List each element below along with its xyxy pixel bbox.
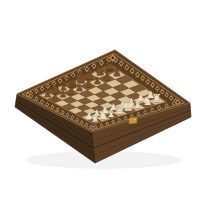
frame-motif-right-dot [142,77,144,79]
white-knight-g1: ♞ [142,94,153,108]
frame-motif-right-dot [166,94,168,96]
frame-motif-right-dot [120,63,122,65]
frame-motif-near-dot [112,121,114,123]
black-pawn-g7: ♟ [102,71,111,82]
frame-motif-near-dot [144,111,146,113]
frame-motif-far-dot [36,90,38,92]
frame-motif-near-dot [125,117,127,119]
frame-motif-left-dot [72,117,74,119]
frame-motif-right-dot [147,81,149,83]
frame-corner-rosette-dot [177,101,179,103]
frame-corner-rosette-dot [27,94,29,96]
frame-motif-near-dot [106,123,108,125]
frame-motif-left-dot [81,121,83,123]
frame-motif-right-dot [170,97,172,99]
brass-latch-knob [134,118,136,120]
frame-motif-near-dot [151,109,153,111]
frame-motif-near-dot [158,107,160,109]
frame-motif-right-dot [152,84,154,86]
white-rook-a1: ♜ [91,113,100,124]
black-pawn-a7: ♟ [51,93,59,103]
frame-motif-left-dot [52,106,54,108]
frame-motif-left-dot [41,101,43,103]
frame-motif-near-dot [166,105,168,107]
black-pawn-d7: ♟ [75,82,83,93]
frame-motif-left-dot [76,119,78,121]
white-rook-h1: ♜ [152,92,162,105]
frame-motif-left-dot [62,112,64,114]
frame-motif-right-dot [126,66,128,68]
white-knight-b1: ♞ [98,109,108,122]
black-pawn-b7: ♟ [59,89,67,99]
black-pawn-c7: ♟ [67,85,75,96]
frame-motif-right-dot [156,87,158,89]
chess-set-product-photo: ♜♞♟♝♟♚♟♛♟♝♟♞♟♜♟♟♟♟♜♟♞♟♝♟♚♟♛♟♝♟♞♜ [0,0,200,200]
frame-motif-left-dot [36,98,38,100]
frame-motif-near-dot [101,125,103,127]
frame-motif-left-dot [57,109,59,111]
frame-motif-near-dot [131,115,133,117]
frame-motif-near-dot [118,119,120,121]
black-pawn-e7: ♟ [84,78,93,89]
black-pawn-f7: ♟ [93,75,102,86]
frame-motif-left-dot [67,114,69,116]
frame-motif-right-dot [136,74,138,76]
frame-corner-rosette-dot [92,127,94,129]
brass-latch [129,117,137,124]
frame-corner-rosette-dot [112,57,115,60]
frame-motif-right-dot [131,70,133,72]
frame-motif-left-dot [46,104,48,106]
frame-motif-left-dot [86,124,88,126]
frame-motif-near-dot [138,113,140,115]
black-pawn-h7: ♟ [112,67,121,78]
chess-set-scene: ♜♞♟♝♟♚♟♛♟♝♟♞♟♜♟♟♟♟♜♟♞♟♝♟♚♟♛♟♝♟♞♜ [0,0,200,200]
